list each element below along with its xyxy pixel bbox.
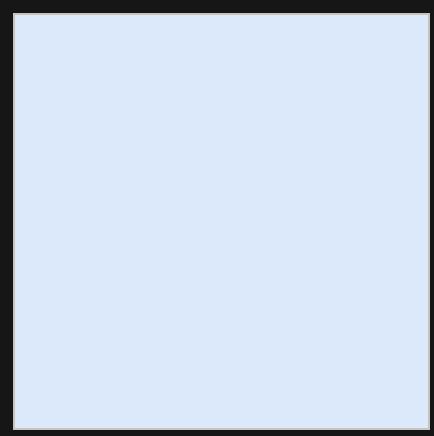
column-labels (13, 0, 430, 13)
row-labels (0, 13, 13, 430)
sudoku-app (0, 0, 434, 436)
sudoku-board (13, 13, 430, 430)
